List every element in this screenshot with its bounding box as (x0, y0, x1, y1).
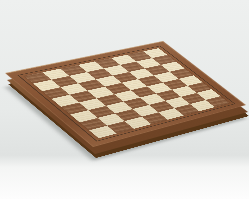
chess-board (5, 41, 246, 147)
background (0, 0, 249, 199)
